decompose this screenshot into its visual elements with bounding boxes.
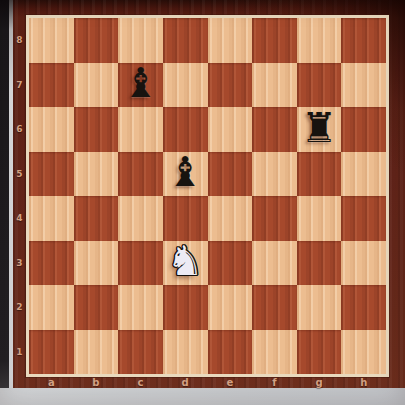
- square-b1[interactable]: [74, 330, 119, 375]
- square-f2[interactable]: [252, 285, 297, 330]
- square-f7[interactable]: [252, 63, 297, 108]
- square-b5[interactable]: [74, 152, 119, 197]
- square-f1[interactable]: [252, 330, 297, 375]
- square-e6[interactable]: [208, 107, 253, 152]
- square-e7[interactable]: [208, 63, 253, 108]
- file-label-b: b: [74, 376, 119, 389]
- file-labels: abcdefgh: [29, 376, 386, 389]
- square-a3[interactable]: [29, 241, 74, 286]
- square-a2[interactable]: [29, 285, 74, 330]
- square-c6[interactable]: [118, 107, 163, 152]
- square-c8[interactable]: [118, 18, 163, 63]
- square-f3[interactable]: [252, 241, 297, 286]
- square-g5[interactable]: [297, 152, 342, 197]
- square-d3[interactable]: ♞: [163, 241, 208, 286]
- rank-label-7: 7: [13, 63, 26, 108]
- square-e2[interactable]: [208, 285, 253, 330]
- square-e4[interactable]: [208, 196, 253, 241]
- square-a1[interactable]: [29, 330, 74, 375]
- screen-bezel-bottom: [0, 388, 405, 405]
- file-label-c: c: [118, 376, 163, 389]
- square-d8[interactable]: [163, 18, 208, 63]
- square-c1[interactable]: [118, 330, 163, 375]
- square-b3[interactable]: [74, 241, 119, 286]
- square-e8[interactable]: [208, 18, 253, 63]
- square-h1[interactable]: [341, 330, 386, 375]
- rank-label-8: 8: [13, 18, 26, 63]
- rank-label-2: 2: [13, 285, 26, 330]
- square-a7[interactable]: [29, 63, 74, 108]
- square-g7[interactable]: [297, 63, 342, 108]
- piece-black-bishop-c7[interactable]: ♝: [122, 63, 159, 104]
- square-g3[interactable]: [297, 241, 342, 286]
- chessboard-photo: 87654321 abcdefgh ♝♜♝♞: [0, 0, 405, 405]
- rank-label-5: 5: [13, 152, 26, 197]
- square-e5[interactable]: [208, 152, 253, 197]
- file-label-d: d: [163, 376, 208, 389]
- square-h4[interactable]: [341, 196, 386, 241]
- square-g4[interactable]: [297, 196, 342, 241]
- square-d4[interactable]: [163, 196, 208, 241]
- square-d6[interactable]: [163, 107, 208, 152]
- square-h6[interactable]: [341, 107, 386, 152]
- square-d1[interactable]: [163, 330, 208, 375]
- file-label-h: h: [341, 376, 386, 389]
- square-e3[interactable]: [208, 241, 253, 286]
- square-a4[interactable]: [29, 196, 74, 241]
- square-c2[interactable]: [118, 285, 163, 330]
- rank-label-6: 6: [13, 107, 26, 152]
- square-e1[interactable]: [208, 330, 253, 375]
- piece-white-knight-d3[interactable]: ♞: [167, 241, 204, 282]
- square-a5[interactable]: [29, 152, 74, 197]
- board-grid: ♝♜♝♞: [29, 18, 386, 374]
- file-label-a: a: [29, 376, 74, 389]
- square-f5[interactable]: [252, 152, 297, 197]
- square-a6[interactable]: [29, 107, 74, 152]
- square-h8[interactable]: [341, 18, 386, 63]
- square-g8[interactable]: [297, 18, 342, 63]
- file-label-e: e: [208, 376, 253, 389]
- square-f6[interactable]: [252, 107, 297, 152]
- square-f4[interactable]: [252, 196, 297, 241]
- square-d7[interactable]: [163, 63, 208, 108]
- monitor-edge-left: [0, 0, 9, 389]
- square-b8[interactable]: [74, 18, 119, 63]
- square-b7[interactable]: [74, 63, 119, 108]
- square-b4[interactable]: [74, 196, 119, 241]
- rank-label-1: 1: [13, 330, 26, 375]
- rank-label-4: 4: [13, 196, 26, 241]
- square-c3[interactable]: [118, 241, 163, 286]
- square-c5[interactable]: [118, 152, 163, 197]
- square-a8[interactable]: [29, 18, 74, 63]
- rank-labels: 87654321: [13, 18, 26, 374]
- file-label-g: g: [297, 376, 342, 389]
- square-g2[interactable]: [297, 285, 342, 330]
- square-h7[interactable]: [341, 63, 386, 108]
- square-h5[interactable]: [341, 152, 386, 197]
- square-b6[interactable]: [74, 107, 119, 152]
- piece-black-bishop-d5[interactable]: ♝: [167, 152, 204, 193]
- square-g6[interactable]: ♜: [297, 107, 342, 152]
- square-f8[interactable]: [252, 18, 297, 63]
- chess-board: ♝♜♝♞: [26, 15, 389, 377]
- file-label-f: f: [252, 376, 297, 389]
- square-c4[interactable]: [118, 196, 163, 241]
- square-d2[interactable]: [163, 285, 208, 330]
- square-d5[interactable]: ♝: [163, 152, 208, 197]
- piece-black-rook-g6[interactable]: ♜: [301, 108, 338, 149]
- square-c7[interactable]: ♝: [118, 63, 163, 108]
- square-g1[interactable]: [297, 330, 342, 375]
- square-b2[interactable]: [74, 285, 119, 330]
- square-h3[interactable]: [341, 241, 386, 286]
- square-h2[interactable]: [341, 285, 386, 330]
- rank-label-3: 3: [13, 241, 26, 286]
